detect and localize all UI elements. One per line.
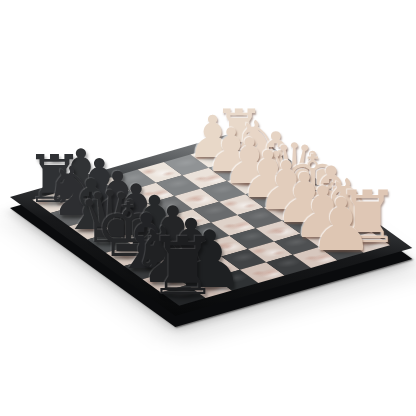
piece-white-pawn-h2: ♟ [309, 188, 374, 261]
chess-set-photo: ♜♞♝♛♚♝♞♜♟♟♟♟♟♟♟♟♟♟♟♟♟♟♟♟♜♞♝♛♚♝♞♜ [0, 0, 416, 416]
piece-black-rook-h8: ♜ [147, 227, 219, 307]
